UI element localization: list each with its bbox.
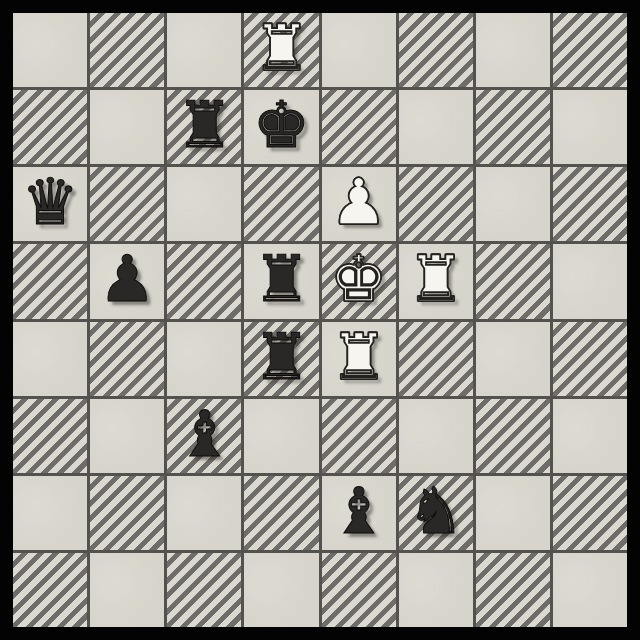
square-d1[interactable] [244, 553, 318, 627]
square-c2[interactable] [167, 476, 241, 550]
square-b1[interactable] [90, 553, 164, 627]
square-e5[interactable]: ♚ [322, 244, 396, 318]
black-bishop: ♝ [176, 402, 233, 466]
square-a3[interactable] [13, 399, 87, 473]
square-g1[interactable] [476, 553, 550, 627]
square-b6[interactable] [90, 167, 164, 241]
white-rook: ♜ [330, 325, 387, 389]
square-e8[interactable] [322, 13, 396, 87]
square-g4[interactable] [476, 322, 550, 396]
square-d4[interactable]: ♜ [244, 322, 318, 396]
square-h4[interactable] [553, 322, 627, 396]
square-f8[interactable] [399, 13, 473, 87]
square-e2[interactable]: ♝ [322, 476, 396, 550]
square-b2[interactable] [90, 476, 164, 550]
square-d2[interactable] [244, 476, 318, 550]
black-pawn: ♟ [99, 247, 156, 311]
square-b3[interactable] [90, 399, 164, 473]
square-a2[interactable] [13, 476, 87, 550]
black-king: ♚ [253, 93, 310, 157]
square-b8[interactable] [90, 13, 164, 87]
square-c8[interactable] [167, 13, 241, 87]
square-b5[interactable]: ♟ [90, 244, 164, 318]
black-rook: ♜ [176, 93, 233, 157]
board-frame: ♜♜♚♛♟♟♜♚♜♜♜♝♝♞ [0, 0, 640, 640]
square-f7[interactable] [399, 90, 473, 164]
black-queen: ♛ [21, 170, 78, 234]
square-a7[interactable] [13, 90, 87, 164]
square-h1[interactable] [553, 553, 627, 627]
black-bishop: ♝ [330, 479, 387, 543]
square-h2[interactable] [553, 476, 627, 550]
square-h7[interactable] [553, 90, 627, 164]
square-f4[interactable] [399, 322, 473, 396]
square-f2[interactable]: ♞ [399, 476, 473, 550]
square-c7[interactable]: ♜ [167, 90, 241, 164]
square-b7[interactable] [90, 90, 164, 164]
square-b4[interactable] [90, 322, 164, 396]
square-d7[interactable]: ♚ [244, 90, 318, 164]
square-h5[interactable] [553, 244, 627, 318]
white-rook: ♜ [253, 16, 310, 80]
square-f6[interactable] [399, 167, 473, 241]
square-a6[interactable]: ♛ [13, 167, 87, 241]
black-rook: ♜ [253, 325, 310, 389]
square-g6[interactable] [476, 167, 550, 241]
square-d5[interactable]: ♜ [244, 244, 318, 318]
square-g7[interactable] [476, 90, 550, 164]
square-h6[interactable] [553, 167, 627, 241]
square-d6[interactable] [244, 167, 318, 241]
square-e7[interactable] [322, 90, 396, 164]
square-f1[interactable] [399, 553, 473, 627]
square-e1[interactable] [322, 553, 396, 627]
square-f3[interactable] [399, 399, 473, 473]
square-e4[interactable]: ♜ [322, 322, 396, 396]
square-c1[interactable] [167, 553, 241, 627]
white-pawn: ♟ [330, 170, 387, 234]
square-c3[interactable]: ♝ [167, 399, 241, 473]
white-rook: ♜ [407, 247, 464, 311]
chessboard: ♜♜♚♛♟♟♜♚♜♜♜♝♝♞ [13, 13, 627, 627]
square-c5[interactable] [167, 244, 241, 318]
square-c4[interactable] [167, 322, 241, 396]
square-h3[interactable] [553, 399, 627, 473]
black-rook: ♜ [253, 247, 310, 311]
square-g5[interactable] [476, 244, 550, 318]
square-e3[interactable] [322, 399, 396, 473]
square-a4[interactable] [13, 322, 87, 396]
black-knight: ♞ [407, 479, 464, 543]
square-d8[interactable]: ♜ [244, 13, 318, 87]
square-c6[interactable] [167, 167, 241, 241]
square-h8[interactable] [553, 13, 627, 87]
square-a1[interactable] [13, 553, 87, 627]
square-f5[interactable]: ♜ [399, 244, 473, 318]
square-g2[interactable] [476, 476, 550, 550]
square-g3[interactable] [476, 399, 550, 473]
square-e6[interactable]: ♟ [322, 167, 396, 241]
white-king: ♚ [330, 247, 387, 311]
square-g8[interactable] [476, 13, 550, 87]
square-a8[interactable] [13, 13, 87, 87]
square-a5[interactable] [13, 244, 87, 318]
square-d3[interactable] [244, 399, 318, 473]
